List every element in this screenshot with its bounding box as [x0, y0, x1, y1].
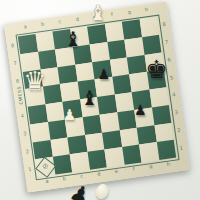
file-label-g: g	[142, 163, 160, 172]
rank-label-2: 2	[23, 142, 32, 161]
file-label-a: a	[16, 23, 34, 32]
white-bishop-top-border[interactable]: ♝	[88, 3, 107, 24]
black-pawn-e5[interactable]: ♟	[97, 67, 110, 81]
white-pawn-lying-bottom[interactable]	[94, 183, 110, 200]
black-pawn-g4[interactable]: ♟	[134, 103, 147, 117]
rank-label-5: 5	[167, 68, 176, 87]
file-label-a: a	[38, 178, 56, 187]
file-label-f: f	[125, 165, 143, 174]
file-label-d: d	[90, 170, 108, 179]
rank-label-1: 1	[177, 139, 186, 158]
maker-logo-glyph: ♔	[42, 163, 49, 171]
white-queen-a6[interactable]: ♛	[23, 68, 46, 94]
rank-label-4: 4	[169, 86, 178, 105]
rank-label-2: 2	[174, 121, 183, 140]
rank-label-8: 8	[159, 16, 168, 35]
rank-label-7: 7	[162, 33, 171, 52]
file-label-b: b	[55, 175, 73, 184]
black-bishop-d4[interactable]: ♝	[81, 88, 99, 108]
rank-label-1: 1	[25, 160, 34, 179]
rank-label-8: 8	[8, 37, 17, 56]
file-label-e: e	[107, 168, 125, 177]
file-label-b: b	[34, 21, 52, 30]
rank-label-7: 7	[10, 54, 19, 73]
rank-label-3: 3	[172, 103, 181, 122]
file-label-h: h	[138, 6, 156, 15]
chess-board: abcdefgh abcdefgh 87654321 87654321 CHES…	[4, 1, 190, 192]
file-label-h: h	[159, 161, 177, 170]
photo-scene: abcdefgh abcdefgh 87654321 87654321 CHES…	[0, 0, 200, 200]
black-king-h5[interactable]: ♚	[145, 57, 167, 82]
file-label-g: g	[120, 8, 138, 17]
black-bishop-d8[interactable]: ♝	[64, 29, 82, 49]
rank-label-3: 3	[20, 125, 29, 144]
square-h1[interactable]	[156, 140, 176, 160]
file-label-d: d	[68, 16, 86, 25]
white-pawn-c3[interactable]: ♟	[62, 108, 75, 123]
